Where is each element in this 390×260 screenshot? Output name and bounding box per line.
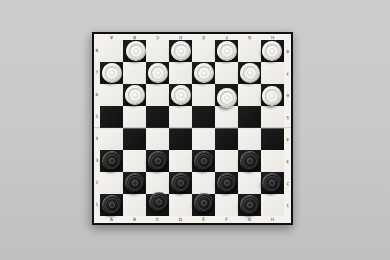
file-label-top-B: B	[126, 35, 143, 39]
file-label-top-G: G	[241, 35, 258, 39]
square-h3[interactable]	[261, 150, 284, 172]
square-d4[interactable]	[169, 128, 192, 150]
black-checker-c1[interactable]	[149, 192, 169, 212]
square-f5[interactable]	[215, 106, 238, 128]
square-g6[interactable]	[238, 84, 261, 106]
square-c4[interactable]	[146, 128, 169, 150]
square-b4[interactable]	[123, 128, 146, 150]
white-checker-a7[interactable]	[102, 63, 122, 83]
square-b1[interactable]	[123, 194, 146, 216]
file-label-bottom-A: A	[103, 217, 120, 222]
black-checker-b2[interactable]	[125, 173, 145, 193]
black-checker-g3[interactable]	[240, 151, 260, 171]
white-checker-center	[201, 70, 207, 76]
black-checker-center	[247, 158, 253, 164]
rank-label-left-2: 2	[95, 175, 99, 191]
square-d7[interactable]	[169, 62, 192, 84]
file-label-top-D: D	[172, 35, 189, 39]
rank-label-left-5: 5	[95, 109, 99, 125]
rank-label-right-6: 6	[285, 87, 290, 103]
white-checker-h6[interactable]	[262, 86, 282, 106]
file-label-bottom-F: F	[218, 217, 235, 222]
white-checker-center	[178, 92, 184, 98]
square-e5[interactable]	[192, 106, 215, 128]
square-d5[interactable]	[169, 106, 192, 128]
white-checker-center	[109, 70, 115, 76]
file-label-bottom-G: G	[241, 217, 258, 222]
square-c5[interactable]	[146, 106, 169, 128]
square-h4[interactable]	[261, 128, 284, 150]
square-f1[interactable]	[215, 194, 238, 216]
photo-background: 8877665544332211AABBCCDDEEFFGGHH	[0, 0, 390, 260]
white-checker-center	[178, 48, 184, 54]
file-label-top-A: A	[103, 35, 120, 39]
black-checker-center	[178, 180, 184, 186]
square-b7[interactable]	[123, 62, 146, 84]
white-checker-e7[interactable]	[194, 63, 214, 83]
square-e2[interactable]	[192, 172, 215, 194]
square-b3[interactable]	[123, 150, 146, 172]
square-a8[interactable]	[100, 40, 123, 62]
black-checker-e1[interactable]	[194, 193, 214, 213]
rank-label-right-4: 4	[285, 131, 290, 147]
white-checker-g7[interactable]	[240, 63, 260, 83]
black-checker-e3[interactable]	[194, 151, 214, 171]
rank-label-right-1: 1	[285, 197, 290, 213]
file-label-top-H: H	[264, 35, 281, 39]
black-checker-center	[269, 180, 275, 186]
white-checker-f8[interactable]	[217, 41, 237, 61]
file-label-top-F: F	[218, 35, 235, 39]
rank-label-left-1: 1	[95, 197, 99, 213]
white-checker-center	[132, 92, 138, 98]
white-checker-b6[interactable]	[125, 85, 145, 105]
white-checker-center	[269, 48, 275, 54]
square-a6[interactable]	[100, 84, 123, 106]
rank-label-left-3: 3	[95, 153, 99, 169]
rank-label-left-4: 4	[95, 131, 99, 147]
square-e4[interactable]	[192, 128, 215, 150]
square-f4[interactable]	[215, 128, 238, 150]
black-checker-c3[interactable]	[148, 151, 168, 171]
white-checker-center	[224, 48, 230, 54]
square-c6[interactable]	[146, 84, 169, 106]
black-checker-center	[132, 180, 138, 186]
square-a2[interactable]	[100, 172, 123, 194]
white-checker-d8[interactable]	[171, 41, 191, 61]
white-checker-b8[interactable]	[126, 41, 146, 61]
square-a5[interactable]	[100, 106, 123, 128]
black-checker-d2[interactable]	[171, 173, 191, 193]
black-checker-center	[201, 158, 207, 164]
square-h5[interactable]	[261, 106, 284, 128]
white-checker-c7[interactable]	[148, 63, 168, 83]
rank-label-right-2: 2	[285, 175, 290, 191]
square-c2[interactable]	[146, 172, 169, 194]
square-d1[interactable]	[169, 194, 192, 216]
rank-label-right-8: 8	[285, 43, 290, 59]
rank-label-right-5: 5	[285, 109, 290, 125]
rank-label-left-8: 8	[95, 43, 99, 59]
black-checker-center	[156, 199, 162, 205]
file-label-bottom-E: E	[195, 217, 212, 222]
square-e8[interactable]	[192, 40, 215, 62]
black-checker-center	[201, 200, 207, 206]
white-checker-h8[interactable]	[262, 41, 282, 61]
black-checker-center	[109, 158, 115, 164]
black-checker-center	[247, 202, 253, 208]
checkers-board: 8877665544332211AABBCCDDEEFFGGHH	[92, 32, 293, 225]
rank-label-right-3: 3	[285, 153, 290, 169]
black-checker-center	[109, 202, 115, 208]
black-checker-center	[155, 158, 161, 164]
square-a4[interactable]	[100, 128, 123, 150]
square-g2[interactable]	[238, 172, 261, 194]
square-g5[interactable]	[238, 106, 261, 128]
rank-label-right-7: 7	[285, 65, 290, 81]
square-g8[interactable]	[238, 40, 261, 62]
square-f3[interactable]	[215, 150, 238, 172]
square-h1[interactable]	[261, 194, 284, 216]
rank-label-left-6: 6	[95, 87, 99, 103]
square-b5[interactable]	[123, 106, 146, 128]
white-checker-d6[interactable]	[171, 85, 191, 105]
black-checker-f2[interactable]	[217, 173, 237, 193]
file-label-top-C: C	[149, 35, 166, 39]
black-checker-a3[interactable]	[102, 151, 122, 171]
square-f7[interactable]	[215, 62, 238, 84]
black-checker-h2[interactable]	[262, 173, 282, 193]
square-d3[interactable]	[169, 150, 192, 172]
white-checker-f6[interactable]	[217, 88, 237, 108]
black-checker-a1[interactable]	[102, 195, 122, 215]
square-g4[interactable]	[238, 128, 261, 150]
white-checker-center	[247, 70, 253, 76]
rank-label-left-7: 7	[95, 65, 99, 81]
file-label-bottom-C: C	[149, 217, 166, 222]
file-label-bottom-H: H	[264, 217, 281, 222]
square-c8[interactable]	[146, 40, 169, 62]
white-checker-center	[133, 48, 139, 54]
file-label-bottom-B: B	[126, 217, 143, 222]
white-checker-center	[155, 70, 161, 76]
black-checker-center	[224, 180, 230, 186]
file-label-bottom-D: D	[172, 217, 189, 222]
black-checker-g1[interactable]	[240, 195, 260, 215]
square-e6[interactable]	[192, 84, 215, 106]
white-checker-center	[269, 93, 275, 99]
file-label-top-E: E	[195, 35, 212, 39]
square-h7[interactable]	[261, 62, 284, 84]
white-checker-center	[224, 95, 230, 101]
